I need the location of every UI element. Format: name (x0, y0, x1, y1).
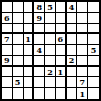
cell-r4c9[interactable] (88, 34, 99, 45)
given-digit: 1 (25, 35, 31, 43)
cell-r6c3[interactable] (24, 56, 35, 67)
cell-r2c1: 6 (2, 13, 13, 24)
cell-r2c5[interactable] (45, 13, 56, 24)
cell-r4c1: 7 (2, 34, 13, 45)
cell-r7c8[interactable] (77, 67, 88, 78)
given-digit: 7 (4, 35, 10, 43)
cell-r5c2[interactable] (13, 45, 24, 56)
cell-r9c3[interactable] (24, 88, 35, 99)
cell-r7c6: 1 (56, 67, 67, 78)
cell-r1c8[interactable] (77, 2, 88, 13)
cell-r5c9: 5 (88, 45, 99, 56)
cell-r1c9[interactable] (88, 2, 99, 13)
cell-r4c6: 6 (56, 34, 67, 45)
given-digit: 5 (47, 3, 53, 11)
cell-r3c2[interactable] (13, 24, 24, 35)
cell-r1c7: 4 (67, 2, 78, 13)
cell-r2c4: 9 (34, 13, 45, 24)
given-digit: 5 (15, 78, 21, 86)
cell-r3c5[interactable] (45, 24, 56, 35)
cell-r3c7[interactable] (67, 24, 78, 35)
cell-r7c9[interactable] (88, 67, 99, 78)
cell-r1c6[interactable] (56, 2, 67, 13)
cell-r9c8: 1 (77, 88, 88, 99)
cell-r2c2[interactable] (13, 13, 24, 24)
cell-r2c9[interactable] (88, 13, 99, 24)
cell-r6c5[interactable] (45, 56, 56, 67)
cell-r8c3[interactable] (24, 77, 35, 88)
cell-r3c1[interactable] (2, 24, 13, 35)
cell-r4c5[interactable] (45, 34, 56, 45)
cell-r1c2[interactable] (13, 2, 24, 13)
cell-r3c4[interactable] (34, 24, 45, 35)
cell-r4c7[interactable] (67, 34, 78, 45)
cell-r5c4: 4 (34, 45, 45, 56)
cell-r7c2[interactable] (13, 67, 24, 78)
cell-r8c1[interactable] (2, 77, 13, 88)
cell-r1c5: 5 (45, 2, 56, 13)
cell-r6c9[interactable] (88, 56, 99, 67)
cell-r6c2[interactable] (13, 56, 24, 67)
cell-r7c5: 2 (45, 67, 56, 78)
cell-r2c3[interactable] (24, 13, 35, 24)
given-digit: 2 (47, 68, 53, 76)
given-digit: 9 (4, 56, 10, 64)
cell-r5c3[interactable] (24, 45, 35, 56)
cell-r2c7[interactable] (67, 13, 78, 24)
cell-r4c2[interactable] (13, 34, 24, 45)
cell-r8c6[interactable] (56, 77, 67, 88)
cell-r1c3[interactable] (24, 2, 35, 13)
cell-r2c8[interactable] (77, 13, 88, 24)
cell-r3c8[interactable] (77, 24, 88, 35)
given-digit: 5 (91, 46, 97, 54)
given-digit: 4 (36, 46, 42, 54)
given-digit: 1 (80, 90, 86, 98)
given-digit: 8 (36, 3, 42, 11)
cell-r5c1[interactable] (2, 45, 13, 56)
given-digit: 4 (69, 3, 75, 11)
cell-r9c4[interactable] (34, 88, 45, 99)
cell-r7c7[interactable] (67, 67, 78, 78)
cell-r8c9[interactable] (88, 77, 99, 88)
cell-r6c4[interactable] (34, 56, 45, 67)
given-digit: 6 (57, 35, 63, 43)
cell-r8c2: 5 (13, 77, 24, 88)
cell-r3c3[interactable] (24, 24, 35, 35)
cell-r6c8[interactable] (77, 56, 88, 67)
given-digit: 7 (80, 78, 86, 86)
given-digit: 6 (4, 14, 10, 22)
cell-r8c7[interactable] (67, 77, 78, 88)
given-digit: 9 (36, 14, 42, 22)
given-digit: 2 (69, 56, 75, 64)
cell-r5c7[interactable] (67, 45, 78, 56)
cell-r9c2[interactable] (13, 88, 24, 99)
cell-r3c9[interactable] (88, 24, 99, 35)
cell-r6c6[interactable] (56, 56, 67, 67)
given-digit: 1 (57, 68, 63, 76)
cell-r9c5[interactable] (45, 88, 56, 99)
cell-r1c1[interactable] (2, 2, 13, 13)
cell-r4c8[interactable] (77, 34, 88, 45)
cell-r4c3: 1 (24, 34, 35, 45)
cell-r3c6[interactable] (56, 24, 67, 35)
cell-r1c4: 8 (34, 2, 45, 13)
cell-r9c7[interactable] (67, 88, 78, 99)
cell-r7c1[interactable] (2, 67, 13, 78)
cell-r6c1: 9 (2, 56, 13, 67)
cell-r2c6[interactable] (56, 13, 67, 24)
cell-r4c4[interactable] (34, 34, 45, 45)
sudoku-board: 85469716459221571 (0, 0, 101, 101)
cell-r9c1[interactable] (2, 88, 13, 99)
cell-r7c3[interactable] (24, 67, 35, 78)
cell-r8c5[interactable] (45, 77, 56, 88)
cell-r7c4[interactable] (34, 67, 45, 78)
cell-r6c7: 2 (67, 56, 78, 67)
cell-r9c9[interactable] (88, 88, 99, 99)
cell-r5c8[interactable] (77, 45, 88, 56)
cell-r9c6[interactable] (56, 88, 67, 99)
cell-r5c6[interactable] (56, 45, 67, 56)
cell-r8c8: 7 (77, 77, 88, 88)
cell-r8c4[interactable] (34, 77, 45, 88)
cell-r5c5[interactable] (45, 45, 56, 56)
